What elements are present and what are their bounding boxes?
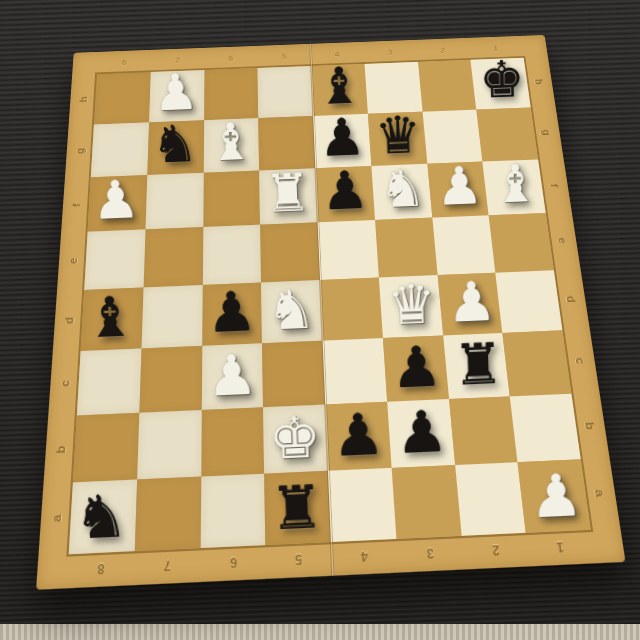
square-a4[interactable] <box>328 468 396 542</box>
square-e6[interactable] <box>202 225 261 285</box>
square-e3[interactable] <box>375 218 437 278</box>
coord-label-h: h <box>55 90 111 109</box>
board-scene: 87654321 87654321 hgfedcba hgfedcba ♟♝♚♞… <box>58 18 582 542</box>
coord-label-2: 2 <box>461 535 529 566</box>
coord-label-1: 1 <box>526 532 595 562</box>
coord-label-4: 4 <box>331 541 398 572</box>
square-c3[interactable]: ♟ <box>383 335 449 401</box>
square-c8[interactable] <box>77 348 141 415</box>
piece-bR-c2[interactable]: ♜ <box>446 333 509 396</box>
square-c2[interactable]: ♜ <box>443 333 510 399</box>
piece-bR-a5[interactable]: ♜ <box>263 476 331 542</box>
piece-wP-a1[interactable]: ♟ <box>523 464 589 530</box>
square-f4[interactable]: ♟ <box>315 166 374 223</box>
piece-bP-b3[interactable]: ♟ <box>389 401 454 465</box>
square-h5[interactable] <box>258 66 313 118</box>
square-d6[interactable]: ♟ <box>202 282 262 345</box>
square-d1[interactable] <box>496 270 563 332</box>
square-f3[interactable]: ♞ <box>371 163 432 220</box>
coord-label-2: 2 <box>416 41 471 59</box>
square-g6[interactable]: ♝ <box>203 118 259 172</box>
piece-wN-f3[interactable]: ♞ <box>373 160 432 218</box>
coord-label-5: 5 <box>266 544 333 575</box>
square-b8[interactable] <box>73 412 139 482</box>
piece-bP-c3[interactable]: ♟ <box>384 336 448 399</box>
square-b1[interactable] <box>510 393 581 462</box>
coord-label-6: 6 <box>200 547 266 578</box>
piece-bB-h4[interactable]: ♝ <box>311 58 367 114</box>
square-a6[interactable] <box>200 474 265 548</box>
piece-bP-d6[interactable]: ♟ <box>200 282 263 343</box>
coord-label-3: 3 <box>396 538 464 569</box>
floor-carpet-strip <box>0 624 640 640</box>
square-f6[interactable] <box>203 170 260 227</box>
square-e7[interactable] <box>143 227 202 287</box>
piece-bP-f4[interactable]: ♟ <box>315 162 374 220</box>
square-c7[interactable] <box>139 346 202 413</box>
piece-wP-d2[interactable]: ♟ <box>440 272 502 333</box>
square-d7[interactable] <box>141 285 202 348</box>
square-d3[interactable]: ♛ <box>379 275 443 338</box>
piece-wP-h7[interactable]: ♟ <box>147 65 204 121</box>
square-h2[interactable] <box>418 60 477 112</box>
coord-label-g: g <box>52 141 109 161</box>
square-a3[interactable] <box>391 465 461 539</box>
piece-wN-d5[interactable]: ♞ <box>260 279 322 340</box>
square-b2[interactable] <box>449 396 518 465</box>
coord-label-e: e <box>532 230 592 252</box>
square-f5[interactable]: ♜ <box>259 168 317 225</box>
square-e2[interactable] <box>432 216 496 276</box>
square-b7[interactable] <box>137 410 201 480</box>
piece-bB-d8[interactable]: ♝ <box>79 287 142 349</box>
piece-wR-f5[interactable]: ♜ <box>258 165 317 223</box>
square-c5[interactable] <box>262 340 325 406</box>
square-d5[interactable]: ♞ <box>261 280 322 343</box>
coord-label-6: 6 <box>204 49 257 67</box>
board-border: 87654321 87654321 hgfedcba hgfedcba ♟♝♚♞… <box>36 35 626 590</box>
square-a5[interactable]: ♜ <box>264 471 331 545</box>
coord-label-5: 5 <box>257 47 311 65</box>
square-e5[interactable] <box>260 223 320 283</box>
square-a8[interactable]: ♞ <box>69 480 137 554</box>
coord-label-e: e <box>43 250 103 272</box>
chess-board: ♟♝♚♞♝♟♛♟♜♟♞♟♝♝♟♞♛♟♟♟♜♚♟♟♞♜♟ <box>69 58 591 554</box>
piece-wQ-d3[interactable]: ♛ <box>380 274 442 335</box>
square-b6[interactable] <box>201 407 265 477</box>
board-perspective-wrapper: 87654321 87654321 hgfedcba hgfedcba ♟♝♚♞… <box>36 35 626 590</box>
square-c4[interactable] <box>323 338 387 404</box>
square-d2[interactable]: ♟ <box>437 273 502 336</box>
piece-wP-f2[interactable]: ♟ <box>430 158 489 216</box>
coord-label-f: f <box>47 194 105 215</box>
coord-label-h: h <box>511 72 567 91</box>
piece-wP-c6[interactable]: ♟ <box>199 344 263 407</box>
coord-label-3: 3 <box>363 43 417 61</box>
square-f2[interactable]: ♟ <box>427 161 489 218</box>
square-a1[interactable]: ♟ <box>518 460 591 533</box>
square-c6[interactable]: ♟ <box>201 343 263 409</box>
square-a2[interactable] <box>455 462 526 535</box>
square-b3[interactable]: ♟ <box>387 399 455 469</box>
square-f7[interactable] <box>145 172 203 229</box>
square-g7[interactable]: ♞ <box>147 120 204 175</box>
coord-label-7: 7 <box>133 550 200 581</box>
square-b5[interactable]: ♚ <box>263 404 328 474</box>
piece-wB-g6[interactable]: ♝ <box>201 113 259 170</box>
coord-label-g: g <box>518 122 575 142</box>
square-d4[interactable] <box>320 278 383 341</box>
piece-bN-a8[interactable]: ♞ <box>66 484 135 550</box>
piece-bQ-g3[interactable]: ♛ <box>369 107 427 164</box>
piece-bP-g4[interactable]: ♟ <box>313 109 371 166</box>
square-a7[interactable] <box>135 477 201 551</box>
coord-label-f: f <box>525 175 584 196</box>
piece-bP-b4[interactable]: ♟ <box>326 404 392 468</box>
coord-label-8: 8 <box>97 53 151 72</box>
square-c1[interactable] <box>503 330 572 396</box>
square-d8[interactable]: ♝ <box>81 287 144 350</box>
square-b4[interactable]: ♟ <box>325 401 391 471</box>
piece-wK-b5[interactable]: ♚ <box>262 407 328 472</box>
piece-bN-g7[interactable]: ♞ <box>145 116 203 173</box>
coord-label-8: 8 <box>67 554 134 585</box>
square-e4[interactable] <box>318 220 379 280</box>
